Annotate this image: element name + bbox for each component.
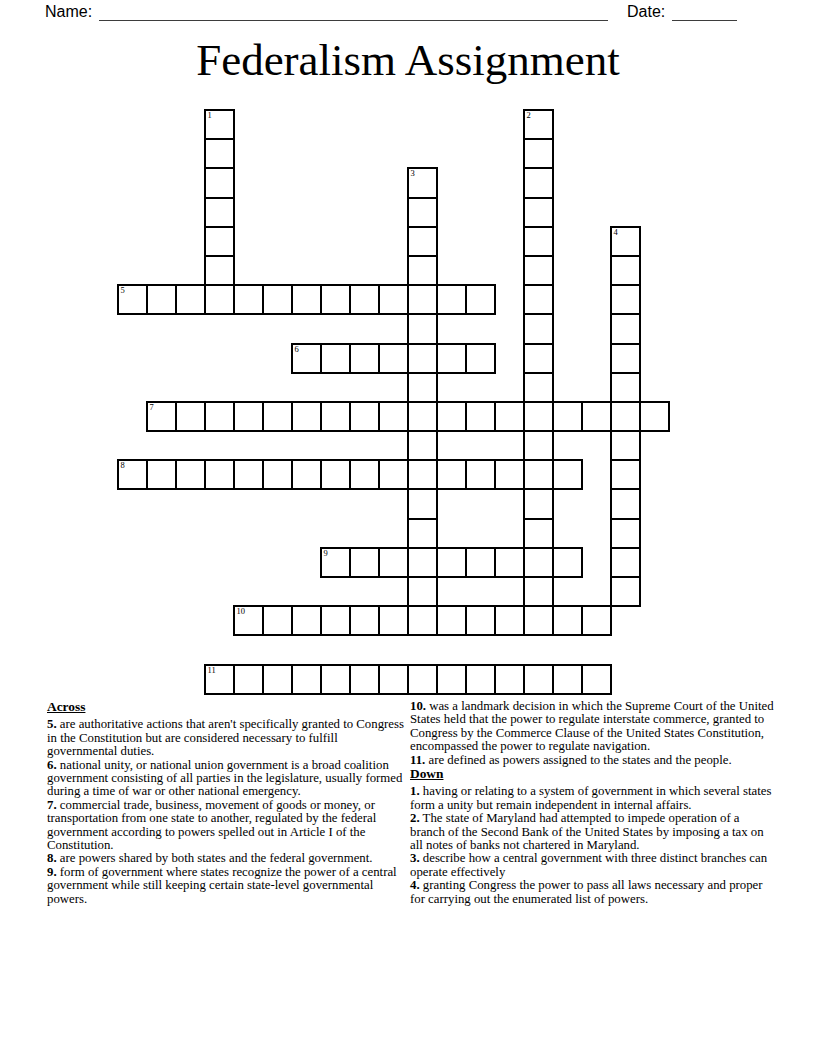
grid-void: [118, 198, 147, 227]
grid-void: [350, 314, 379, 343]
grid-cell-r8c6[interactable]: 6: [292, 344, 321, 373]
grid-void: [553, 198, 582, 227]
grid-cell-r8c7[interactable]: [321, 344, 350, 373]
grid-void: [118, 577, 147, 606]
down-clues: 1. having or relating to a system of gov…: [410, 785, 776, 906]
clue-down-1: 1. having or relating to a system of gov…: [410, 785, 776, 812]
across-header: Across: [47, 700, 405, 713]
grid-void: [118, 606, 147, 635]
grid-cell-r12c15[interactable]: [553, 460, 582, 489]
grid-cell-r19c4[interactable]: [234, 665, 263, 694]
grid-cell-r0c3[interactable]: 1: [205, 110, 234, 139]
grid-cell-r12c3[interactable]: [205, 460, 234, 489]
grid-cell-r12c17[interactable]: [611, 460, 640, 489]
grid-cell-r19c3[interactable]: 11: [205, 665, 234, 694]
grid-cell-r17c15[interactable]: [553, 606, 582, 635]
grid-void: [379, 519, 408, 548]
grid-void: [147, 373, 176, 402]
cell-number-2: 2: [527, 111, 531, 120]
grid-cell-r6c8[interactable]: [350, 285, 379, 314]
grid-cell-r10c12[interactable]: [466, 402, 495, 431]
grid-cell-r0c14[interactable]: 2: [524, 110, 553, 139]
grid-void: [292, 256, 321, 285]
grid-cell-r16c10[interactable]: [408, 577, 437, 606]
grid-void: [495, 489, 524, 518]
grid-cell-r10c1[interactable]: 7: [147, 402, 176, 431]
grid-void: [437, 314, 466, 343]
grid-cell-r1c14[interactable]: [524, 139, 553, 168]
grid-void: [466, 489, 495, 518]
grid-cell-r3c14[interactable]: [524, 198, 553, 227]
grid-void: [292, 548, 321, 577]
grid-void: [292, 314, 321, 343]
grid-cell-r19c10[interactable]: [408, 665, 437, 694]
grid-void: [205, 431, 234, 460]
grid-cell-r17c12[interactable]: [466, 606, 495, 635]
grid-cell-r4c3[interactable]: [205, 227, 234, 256]
cell-number-1: 1: [208, 111, 212, 120]
grid-void: [495, 198, 524, 227]
grid-cell-r6c6[interactable]: [292, 285, 321, 314]
grid-cell-r5c14[interactable]: [524, 256, 553, 285]
grid-cell-r17c5[interactable]: [263, 606, 292, 635]
grid-void: [176, 314, 205, 343]
grid-void: [205, 373, 234, 402]
crossword-grid: 1234567891011: [118, 110, 669, 694]
grid-cell-r9c14[interactable]: [524, 373, 553, 402]
grid-cell-r19c9[interactable]: [379, 665, 408, 694]
grid-cell-r10c10[interactable]: [408, 402, 437, 431]
clue-number-down-2: 2.: [410, 811, 420, 825]
clue-number-across-8: 8.: [47, 851, 57, 865]
grid-void: [147, 344, 176, 373]
grid-void: [350, 373, 379, 402]
date-blank-line: [672, 4, 737, 21]
date-label: Date:: [627, 3, 665, 21]
grid-cell-r19c11[interactable]: [437, 665, 466, 694]
grid-cell-r19c12[interactable]: [466, 665, 495, 694]
grid-cell-r10c14[interactable]: [524, 402, 553, 431]
grid-void: [147, 256, 176, 285]
grid-cell-r17c14[interactable]: [524, 606, 553, 635]
grid-void: [582, 110, 611, 139]
grid-void: [611, 110, 640, 139]
grid-cell-r15c11[interactable]: [437, 548, 466, 577]
cell-number-11: 11: [208, 666, 216, 675]
grid-cell-r12c10[interactable]: [408, 460, 437, 489]
grid-cell-r10c16[interactable]: [582, 402, 611, 431]
grid-cell-r2c10[interactable]: 3: [408, 168, 437, 197]
grid-void: [176, 519, 205, 548]
grid-cell-r15c8[interactable]: [350, 548, 379, 577]
grid-void: [437, 168, 466, 197]
grid-void: [292, 577, 321, 606]
cell-number-6: 6: [295, 345, 299, 354]
grid-void: [118, 168, 147, 197]
grid-void: [640, 110, 669, 139]
cell-number-5: 5: [121, 286, 125, 295]
grid-cell-r10c17[interactable]: [611, 402, 640, 431]
grid-void: [263, 110, 292, 139]
grid-cell-r4c14[interactable]: [524, 227, 553, 256]
grid-cell-r10c15[interactable]: [553, 402, 582, 431]
grid-cell-r10c13[interactable]: [495, 402, 524, 431]
grid-cell-r10c18[interactable]: [640, 402, 669, 431]
cell-number-8: 8: [121, 461, 125, 470]
grid-void: [176, 110, 205, 139]
grid-void: [582, 256, 611, 285]
grid-void: [350, 227, 379, 256]
grid-cell-r10c6[interactable]: [292, 402, 321, 431]
grid-void: [553, 139, 582, 168]
grid-void: [582, 168, 611, 197]
grid-void: [611, 606, 640, 635]
grid-void: [321, 577, 350, 606]
grid-void: [118, 110, 147, 139]
grid-cell-r6c4[interactable]: [234, 285, 263, 314]
grid-cell-r6c0[interactable]: 5: [118, 285, 147, 314]
grid-void: [321, 168, 350, 197]
grid-void: [553, 285, 582, 314]
grid-void: [147, 577, 176, 606]
grid-cell-r17c13[interactable]: [495, 606, 524, 635]
grid-void: [263, 198, 292, 227]
clues-left-column: Across 5. are authoritative actions that…: [47, 700, 405, 906]
grid-cell-r6c14[interactable]: [524, 285, 553, 314]
grid-void: [553, 519, 582, 548]
grid-void: [263, 314, 292, 343]
grid-void: [582, 489, 611, 518]
grid-cell-r8c10[interactable]: [408, 344, 437, 373]
grid-cell-r17c16[interactable]: [582, 606, 611, 635]
grid-cell-r16c14[interactable]: [524, 577, 553, 606]
grid-cell-r14c14[interactable]: [524, 519, 553, 548]
grid-void: [205, 344, 234, 373]
grid-void: [379, 256, 408, 285]
clue-across-8: 8. are powers shared by both states and …: [47, 852, 405, 865]
grid-cell-r6c9[interactable]: [379, 285, 408, 314]
grid-cell-r10c4[interactable]: [234, 402, 263, 431]
grid-void: [234, 110, 263, 139]
grid-cell-r11c17[interactable]: [611, 431, 640, 460]
grid-cell-r17c11[interactable]: [437, 606, 466, 635]
grid-cell-r17c9[interactable]: [379, 606, 408, 635]
grid-void: [292, 168, 321, 197]
grid-cell-r7c10[interactable]: [408, 314, 437, 343]
grid-void: [118, 402, 147, 431]
grid-void: [553, 431, 582, 460]
grid-void: [147, 139, 176, 168]
grid-cell-r6c7[interactable]: [321, 285, 350, 314]
grid-cell-r16c17[interactable]: [611, 577, 640, 606]
grid-cell-r15c14[interactable]: [524, 548, 553, 577]
grid-cell-r14c17[interactable]: [611, 519, 640, 548]
grid-void: [408, 635, 437, 664]
grid-void: [640, 256, 669, 285]
grid-void: [640, 665, 669, 694]
grid-void: [611, 635, 640, 664]
grid-cell-r9c17[interactable]: [611, 373, 640, 402]
grid-void: [408, 139, 437, 168]
grid-void: [379, 227, 408, 256]
grid-void: [147, 227, 176, 256]
grid-cell-r8c9[interactable]: [379, 344, 408, 373]
grid-void: [321, 519, 350, 548]
grid-void: [379, 139, 408, 168]
grid-cell-r19c8[interactable]: [350, 665, 379, 694]
grid-cell-r10c7[interactable]: [321, 402, 350, 431]
grid-void: [553, 256, 582, 285]
grid-void: [437, 489, 466, 518]
grid-cell-r17c10[interactable]: [408, 606, 437, 635]
grid-cell-r2c14[interactable]: [524, 168, 553, 197]
grid-cell-r8c14[interactable]: [524, 344, 553, 373]
grid-cell-r11c14[interactable]: [524, 431, 553, 460]
grid-cell-r5c3[interactable]: [205, 256, 234, 285]
grid-void: [263, 168, 292, 197]
grid-cell-r15c17[interactable]: [611, 548, 640, 577]
grid-void: [553, 635, 582, 664]
grid-void: [553, 227, 582, 256]
grid-void: [466, 198, 495, 227]
grid-void: [582, 577, 611, 606]
grid-cell-r17c4[interactable]: 10: [234, 606, 263, 635]
grid-void: [611, 139, 640, 168]
grid-void: [640, 227, 669, 256]
grid-cell-r19c15[interactable]: [553, 665, 582, 694]
grid-void: [176, 198, 205, 227]
grid-void: [582, 635, 611, 664]
grid-void: [234, 489, 263, 518]
clue-down-2: 2. The state of Maryland had attempted t…: [410, 812, 776, 852]
grid-void: [524, 635, 553, 664]
grid-void: [147, 489, 176, 518]
grid-void: [263, 577, 292, 606]
grid-cell-r15c12[interactable]: [466, 548, 495, 577]
grid-void: [118, 635, 147, 664]
grid-void: [176, 548, 205, 577]
grid-void: [147, 431, 176, 460]
grid-cell-r19c16[interactable]: [582, 665, 611, 694]
grid-cell-r6c17[interactable]: [611, 285, 640, 314]
grid-cell-r12c13[interactable]: [495, 460, 524, 489]
grid-void: [176, 344, 205, 373]
grid-cell-r2c3[interactable]: [205, 168, 234, 197]
name-blank-line: [99, 4, 608, 21]
grid-void: [147, 519, 176, 548]
grid-void: [176, 606, 205, 635]
grid-cell-r6c10[interactable]: [408, 285, 437, 314]
grid-cell-r4c17[interactable]: 4: [611, 227, 640, 256]
grid-void: [263, 431, 292, 460]
grid-cell-r6c1[interactable]: [147, 285, 176, 314]
grid-void: [582, 519, 611, 548]
grid-void: [350, 519, 379, 548]
grid-cell-r15c15[interactable]: [553, 548, 582, 577]
grid-void: [495, 110, 524, 139]
grid-void: [176, 489, 205, 518]
grid-cell-r6c12[interactable]: [466, 285, 495, 314]
grid-cell-r11c10[interactable]: [408, 431, 437, 460]
grid-void: [379, 168, 408, 197]
grid-cell-r8c17[interactable]: [611, 344, 640, 373]
grid-cell-r6c2[interactable]: [176, 285, 205, 314]
grid-cell-r10c9[interactable]: [379, 402, 408, 431]
grid-void: [640, 489, 669, 518]
grid-void: [437, 577, 466, 606]
grid-void: [118, 344, 147, 373]
grid-void: [640, 460, 669, 489]
grid-cell-r8c11[interactable]: [437, 344, 466, 373]
grid-cell-r15c13[interactable]: [495, 548, 524, 577]
grid-cell-r7c14[interactable]: [524, 314, 553, 343]
grid-void: [234, 577, 263, 606]
grid-void: [350, 256, 379, 285]
clue-number-across-7: 7.: [47, 798, 57, 812]
grid-cell-r10c8[interactable]: [350, 402, 379, 431]
grid-cell-r12c1[interactable]: [147, 460, 176, 489]
grid-cell-r10c11[interactable]: [437, 402, 466, 431]
grid-cell-r13c17[interactable]: [611, 489, 640, 518]
grid-void: [611, 665, 640, 694]
grid-cell-r8c12[interactable]: [466, 344, 495, 373]
grid-void: [321, 110, 350, 139]
grid-cell-r12c9[interactable]: [379, 460, 408, 489]
grid-cell-r17c7[interactable]: [321, 606, 350, 635]
grid-void: [582, 431, 611, 460]
grid-cell-r12c0[interactable]: 8: [118, 460, 147, 489]
grid-void: [495, 344, 524, 373]
grid-void: [437, 139, 466, 168]
grid-cell-r12c12[interactable]: [466, 460, 495, 489]
grid-cell-r12c5[interactable]: [263, 460, 292, 489]
grid-cell-r13c14[interactable]: [524, 489, 553, 518]
grid-cell-r17c8[interactable]: [350, 606, 379, 635]
grid-cell-r8c8[interactable]: [350, 344, 379, 373]
grid-cell-r6c11[interactable]: [437, 285, 466, 314]
grid-cell-r19c7[interactable]: [321, 665, 350, 694]
grid-void: [321, 227, 350, 256]
grid-cell-r12c14[interactable]: [524, 460, 553, 489]
grid-cell-r6c5[interactable]: [263, 285, 292, 314]
grid-cell-r5c10[interactable]: [408, 256, 437, 285]
grid-void: [466, 139, 495, 168]
clue-number-across-10: 10.: [410, 699, 426, 713]
grid-void: [234, 373, 263, 402]
grid-cell-r14c10[interactable]: [408, 519, 437, 548]
grid-cell-r12c8[interactable]: [350, 460, 379, 489]
grid-void: [640, 314, 669, 343]
grid-void: [205, 314, 234, 343]
grid-void: [147, 548, 176, 577]
grid-cell-r12c7[interactable]: [321, 460, 350, 489]
grid-void: [466, 519, 495, 548]
grid-void: [640, 606, 669, 635]
grid-cell-r10c5[interactable]: [263, 402, 292, 431]
clue-down-3: 3. describe how a central government wit…: [410, 852, 776, 879]
grid-void: [640, 139, 669, 168]
grid-void: [350, 198, 379, 227]
grid-void: [495, 256, 524, 285]
grid-void: [495, 431, 524, 460]
grid-cell-r1c3[interactable]: [205, 139, 234, 168]
grid-void: [321, 198, 350, 227]
grid-cell-r19c6[interactable]: [292, 665, 321, 694]
grid-void: [640, 431, 669, 460]
grid-cell-r13c10[interactable]: [408, 489, 437, 518]
grid-void: [176, 665, 205, 694]
grid-void: [176, 635, 205, 664]
grid-cell-r9c10[interactable]: [408, 373, 437, 402]
grid-void: [437, 256, 466, 285]
grid-cell-r19c5[interactable]: [263, 665, 292, 694]
grid-void: [118, 431, 147, 460]
grid-void: [118, 489, 147, 518]
grid-cell-r3c3[interactable]: [205, 198, 234, 227]
grid-void: [118, 665, 147, 694]
grid-cell-r5c17[interactable]: [611, 256, 640, 285]
grid-void: [234, 227, 263, 256]
grid-cell-r7c17[interactable]: [611, 314, 640, 343]
grid-void: [582, 548, 611, 577]
grid-void: [263, 344, 292, 373]
grid-void: [292, 139, 321, 168]
grid-cell-r3c10[interactable]: [408, 198, 437, 227]
clue-number-down-1: 1.: [410, 784, 420, 798]
grid-void: [234, 344, 263, 373]
grid-cell-r15c9[interactable]: [379, 548, 408, 577]
grid-void: [350, 577, 379, 606]
cell-number-7: 7: [150, 403, 154, 412]
grid-void: [147, 198, 176, 227]
grid-void: [321, 139, 350, 168]
grid-void: [263, 256, 292, 285]
grid-cell-r19c14[interactable]: [524, 665, 553, 694]
grid-cell-r4c10[interactable]: [408, 227, 437, 256]
grid-void: [611, 198, 640, 227]
grid-void: [437, 227, 466, 256]
grid-void: [466, 577, 495, 606]
grid-void: [553, 373, 582, 402]
grid-void: [640, 519, 669, 548]
grid-cell-r12c11[interactable]: [437, 460, 466, 489]
grid-void: [234, 519, 263, 548]
grid-void: [495, 285, 524, 314]
grid-cell-r15c7[interactable]: 9: [321, 548, 350, 577]
grid-void: [176, 431, 205, 460]
grid-cell-r10c3[interactable]: [205, 402, 234, 431]
grid-cell-r15c10[interactable]: [408, 548, 437, 577]
grid-void: [495, 373, 524, 402]
grid-cell-r10c2[interactable]: [176, 402, 205, 431]
grid-cell-r19c13[interactable]: [495, 665, 524, 694]
grid-cell-r17c6[interactable]: [292, 606, 321, 635]
grid-cell-r6c3[interactable]: [205, 285, 234, 314]
across-clues-5-9: 5. are authoritative actions that aren't…: [47, 718, 405, 906]
cell-number-9: 9: [324, 549, 328, 558]
grid-void: [553, 344, 582, 373]
grid-void: [466, 373, 495, 402]
grid-void: [582, 139, 611, 168]
grid-void: [292, 635, 321, 664]
grid-void: [553, 168, 582, 197]
grid-cell-r12c6[interactable]: [292, 460, 321, 489]
grid-cell-r12c4[interactable]: [234, 460, 263, 489]
grid-void: [466, 635, 495, 664]
grid-void: [147, 168, 176, 197]
grid-cell-r12c2[interactable]: [176, 460, 205, 489]
grid-void: [582, 198, 611, 227]
